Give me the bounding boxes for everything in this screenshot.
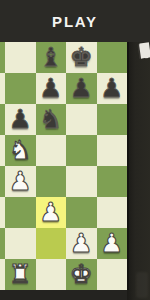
square-f3[interactable]: ♟ [36, 197, 67, 228]
square-h7[interactable]: ♟ [97, 73, 128, 104]
black-pawn-f7[interactable]: ♟ [36, 73, 67, 104]
square-f2[interactable] [36, 228, 67, 259]
black-pawn-g7[interactable]: ♟ [66, 73, 97, 104]
square-f8[interactable]: ♝ [36, 42, 67, 73]
square-e4[interactable]: ♟ [5, 166, 36, 197]
square-h3[interactable] [97, 197, 128, 228]
square-e2[interactable] [5, 228, 36, 259]
square-h2[interactable]: ♟ [97, 228, 128, 259]
square-g5[interactable] [66, 135, 97, 166]
black-knight-f6[interactable]: ♞ [36, 104, 67, 135]
square-f6[interactable]: ♞ [36, 104, 67, 135]
black-king-g8[interactable]: ♚ [66, 42, 97, 73]
white-king-g1[interactable]: ♚ [66, 259, 97, 290]
square-g8[interactable]: ♚ [66, 42, 97, 73]
black-pawn-h7[interactable]: ♟ [97, 73, 128, 104]
white-rook-e1[interactable]: ♜ [5, 259, 36, 290]
square-g2[interactable]: ♟ [66, 228, 97, 259]
square-h8[interactable] [97, 42, 128, 73]
side-panel-background [127, 42, 150, 300]
app-screen: PLAY ♝♚♟♟♟♟♞♞♟♟♟♟♜♚ [0, 0, 150, 300]
square-g4[interactable] [66, 166, 97, 197]
square-g7[interactable]: ♟ [66, 73, 97, 104]
black-pawn-e6[interactable]: ♟ [5, 104, 36, 135]
square-g6[interactable] [66, 104, 97, 135]
cropped-white-piece-icon [137, 42, 150, 60]
square-e6[interactable]: ♟ [5, 104, 36, 135]
square-g1[interactable]: ♚ [66, 259, 97, 290]
white-pawn-g2[interactable]: ♟ [66, 228, 97, 259]
white-pawn-e4[interactable]: ♟ [5, 166, 36, 197]
square-f5[interactable] [36, 135, 67, 166]
chess-board[interactable]: ♝♚♟♟♟♟♞♞♟♟♟♟♜♚ [0, 42, 127, 290]
black-bishop-f8[interactable]: ♝ [36, 42, 67, 73]
square-e7[interactable] [5, 73, 36, 104]
square-f4[interactable] [36, 166, 67, 197]
square-f7[interactable]: ♟ [36, 73, 67, 104]
square-e3[interactable] [5, 197, 36, 228]
cropped-ui-fragment [136, 272, 148, 298]
square-e8[interactable] [5, 42, 36, 73]
square-g3[interactable] [66, 197, 97, 228]
square-h4[interactable] [97, 166, 128, 197]
square-e5[interactable]: ♞ [5, 135, 36, 166]
square-e1[interactable]: ♜ [5, 259, 36, 290]
white-pawn-f3[interactable]: ♟ [36, 197, 67, 228]
white-knight-e5[interactable]: ♞ [5, 135, 36, 166]
square-f1[interactable] [36, 259, 67, 290]
square-h6[interactable] [97, 104, 128, 135]
white-pawn-h2[interactable]: ♟ [97, 228, 128, 259]
square-h5[interactable] [97, 135, 128, 166]
page-title: PLAY [52, 13, 98, 30]
square-h1[interactable] [97, 259, 128, 290]
top-nav-bar: PLAY [0, 0, 150, 42]
